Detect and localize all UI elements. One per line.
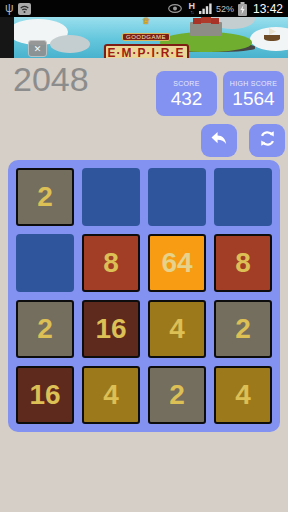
ad-creative[interactable]: ♛ GOODGAME E·M·P·I·R·E ✕	[14, 17, 288, 58]
refresh-icon	[259, 130, 276, 151]
undo-arrow-icon	[210, 131, 228, 150]
tile-8: 8	[82, 234, 140, 292]
smart-stay-eye-icon	[168, 4, 182, 13]
tile-2: 2	[148, 366, 206, 424]
advertiser-name-top: GOODGAME	[122, 33, 170, 41]
empty-cell	[148, 168, 206, 226]
tile-8: 8	[214, 234, 272, 292]
close-icon: ✕	[34, 44, 42, 54]
undo-button[interactable]	[201, 124, 237, 157]
ad-banner[interactable]: ♛ GOODGAME E·M·P·I·R·E ✕	[0, 17, 288, 58]
high-score-label: HIGH SCORE	[223, 80, 284, 87]
tile-4: 4	[214, 366, 272, 424]
restart-button[interactable]	[249, 124, 285, 157]
network-type-indicator: H ↑↓	[188, 2, 195, 15]
status-bar: ψ H ↑↓ 52% 13:42	[0, 0, 288, 17]
empty-cell	[16, 234, 74, 292]
clock: 13:42	[253, 2, 283, 16]
battery-percent: 52%	[216, 4, 234, 14]
empty-cell	[82, 168, 140, 226]
ship	[264, 35, 280, 41]
score-badge: SCORE 432	[156, 71, 217, 116]
signal-bars-icon	[199, 3, 212, 14]
crown-icon: ♛	[94, 17, 198, 25]
score-value: 432	[156, 88, 217, 110]
tile-16: 16	[82, 300, 140, 358]
tile-2: 2	[16, 300, 74, 358]
ad-close-button[interactable]: ✕	[28, 40, 47, 57]
tile-4: 4	[148, 300, 206, 358]
game-board[interactable]: 286482164216424	[8, 160, 280, 432]
high-score-value: 1564	[223, 88, 284, 110]
screen: ψ H ↑↓ 52% 13:42	[0, 0, 288, 512]
tile-2: 2	[214, 300, 272, 358]
score-label: SCORE	[156, 80, 217, 87]
empty-cell	[214, 168, 272, 226]
wifi-icon	[18, 3, 31, 15]
usb-icon: ψ	[5, 2, 14, 14]
high-score-badge: HIGH SCORE 1564	[223, 71, 284, 116]
page-title: 2048	[13, 60, 89, 99]
advertiser-name-main: E·M·P·I·R·E	[104, 44, 189, 58]
tile-64: 64	[148, 234, 206, 292]
advertiser-logo: ♛ GOODGAME E·M·P·I·R·E	[94, 17, 198, 58]
tile-4: 4	[82, 366, 140, 424]
tile-2: 2	[16, 168, 74, 226]
cloud-shape	[50, 35, 90, 53]
tile-16: 16	[16, 366, 74, 424]
battery-charging-icon	[238, 2, 247, 16]
